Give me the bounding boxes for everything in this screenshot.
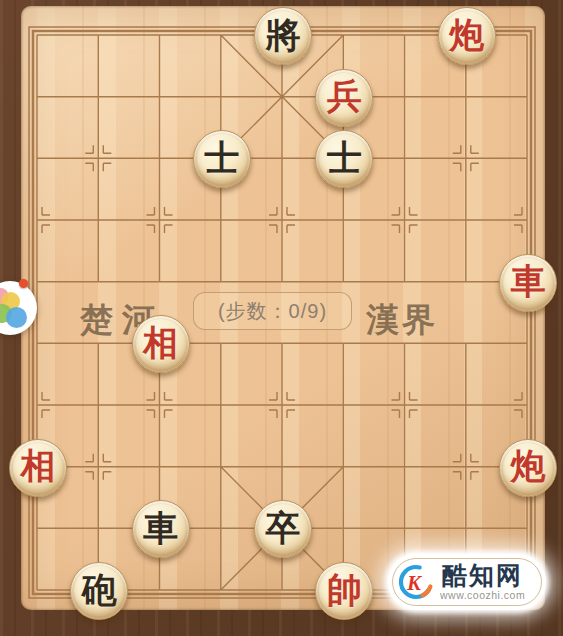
coozhi-watermark: K 酷知网 www.coozhi.com <box>388 554 546 610</box>
svg-text:K: K <box>406 571 423 595</box>
piece-glyph: 相 <box>21 449 56 484</box>
piece-black-chariot[interactable]: 車 <box>132 500 190 558</box>
notification-dot-icon <box>19 279 28 288</box>
piece-red-general[interactable]: 帥 <box>315 562 373 620</box>
piece-red-cannon[interactable]: 炮 <box>499 439 557 497</box>
coozhi-logo-icon: K <box>397 563 435 601</box>
piece-black-soldier[interactable]: 卒 <box>254 500 312 558</box>
piece-glyph: 車 <box>511 264 546 299</box>
piece-red-soldier[interactable]: 兵 <box>315 69 373 127</box>
piece-black-advisor[interactable]: 士 <box>193 130 251 188</box>
piece-glyph: 砲 <box>82 573 117 608</box>
piece-glyph: 兵 <box>327 79 362 114</box>
piece-glyph: 將 <box>266 18 301 53</box>
piece-glyph: 相 <box>143 326 178 361</box>
step-counter: (步数：0/9) <box>193 292 352 330</box>
piece-glyph: 士 <box>204 141 239 176</box>
piece-red-elephant[interactable]: 相 <box>132 315 190 373</box>
piece-glyph: 卒 <box>266 511 301 546</box>
piece-glyph: 炮 <box>511 449 546 484</box>
river-label-han-jie: 漢界 <box>366 298 438 334</box>
bubble-blue-icon <box>6 307 27 328</box>
piece-black-cannon[interactable]: 砲 <box>70 562 128 620</box>
piece-red-chariot[interactable]: 車 <box>499 254 557 312</box>
piece-glyph: 車 <box>143 511 178 546</box>
piece-glyph: 士 <box>327 141 362 176</box>
xiangqi-game-screen: 楚河 漢界 (步数：0/9) 將炮兵士士車相相炮車卒砲帥 K 酷知网 www.c… <box>0 0 563 636</box>
piece-glyph: 帥 <box>327 573 362 608</box>
watermark-url: www.coozhi.com <box>440 589 525 601</box>
step-counter-text: (步数：0/9) <box>218 298 327 325</box>
watermark-site-name: 酷知网 <box>442 563 523 589</box>
piece-red-cannon[interactable]: 炮 <box>438 7 496 65</box>
piece-red-elephant[interactable]: 相 <box>9 439 67 497</box>
piece-black-general[interactable]: 將 <box>254 7 312 65</box>
piece-glyph: 炮 <box>449 18 484 53</box>
